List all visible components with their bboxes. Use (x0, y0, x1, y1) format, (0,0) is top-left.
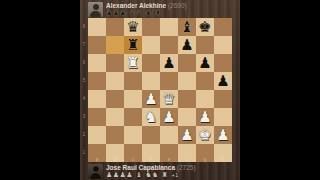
square-d2 (142, 126, 160, 144)
square-b2 (106, 126, 124, 144)
square-h8 (214, 18, 232, 36)
rank-label-1: 1 (80, 144, 88, 162)
player-top-captured-tray: ♟♟♟ ♝♝ ♞ ♜ (106, 10, 162, 17)
square-b3 (106, 108, 124, 126)
piece-black-pawn-g6: ♟ (196, 54, 214, 72)
player-bottom-name-text: Jose Raul Capablanca (106, 164, 175, 171)
square-b6 (106, 54, 124, 72)
square-a3 (88, 108, 106, 126)
square-h2: ♟ (214, 126, 232, 144)
square-a7 (88, 36, 106, 54)
square-d5 (142, 72, 160, 90)
piece-black-rook-c7: ♜ (124, 36, 142, 54)
square-f3 (178, 108, 196, 126)
piece-white-pawn-f2: ♟ (178, 126, 196, 144)
piece-black-king-g8: ♚ (196, 18, 214, 36)
square-e7 (160, 36, 178, 54)
square-e6: ♟ (160, 54, 178, 72)
avatar-torso (90, 173, 101, 179)
video-frame: Alexander Alekhine (2690) ♟♟♟ ♝♝ ♞ ♜ ♛♝♚… (0, 0, 320, 180)
square-f6 (178, 54, 196, 72)
square-h3 (214, 108, 232, 126)
captured-pieces-bottom: ♟♟♟♟ ♝ ♞♞ ♜ (106, 171, 168, 179)
chess-board: ♛♝♚♜♟♜♟♟♟♟♛♞♟♟♟♚♟ (88, 18, 232, 162)
square-c5 (124, 72, 142, 90)
piece-white-knight-d3: ♞ (142, 108, 160, 126)
square-e8 (160, 18, 178, 36)
square-g4 (196, 90, 214, 108)
square-f5 (178, 72, 196, 90)
square-b4 (106, 90, 124, 108)
square-f2: ♟ (178, 126, 196, 144)
square-f7: ♟ (178, 36, 196, 54)
square-d3: ♞ (142, 108, 160, 126)
square-a8 (88, 18, 106, 36)
rank-label-6: 6 (80, 54, 88, 72)
square-a4 (88, 90, 106, 108)
piece-black-pawn-e6: ♟ (160, 54, 178, 72)
player-top-name-text: Alexander Alekhine (106, 2, 166, 9)
square-a6 (88, 54, 106, 72)
square-g7 (196, 36, 214, 54)
piece-black-queen-c8: ♛ (124, 18, 142, 36)
piece-white-pawn-e3: ♟ (160, 108, 178, 126)
square-e5 (160, 72, 178, 90)
material-evaluation: +1 (171, 172, 178, 178)
player-bottom-captured-tray: ♟♟♟♟ ♝ ♞♞ ♜+1 (106, 172, 178, 179)
square-e2 (160, 126, 178, 144)
square-g8: ♚ (196, 18, 214, 36)
square-b8 (106, 18, 124, 36)
square-h7 (214, 36, 232, 54)
square-b7 (106, 36, 124, 54)
piece-black-pawn-f7: ♟ (178, 36, 196, 54)
rank-label-2: 2 (80, 126, 88, 144)
player-bottom-rating: (2725) (177, 164, 196, 171)
square-a2 (88, 126, 106, 144)
player-bottom-name: Jose Raul Capablanca (2725) (106, 164, 196, 171)
piece-black-bishop-f8: ♝ (178, 18, 196, 36)
square-d7 (142, 36, 160, 54)
piece-white-king-g2: ♚ (196, 126, 214, 144)
rank-label-8: 8 (80, 18, 88, 36)
player-top-rating: (2690) (168, 2, 187, 9)
square-c7: ♜ (124, 36, 142, 54)
avatar-capablanca (88, 164, 103, 179)
player-top-name: Alexander Alekhine (2690) (106, 2, 187, 9)
piece-white-pawn-d4: ♟ (142, 90, 160, 108)
square-c6: ♜ (124, 54, 142, 72)
square-g5 (196, 72, 214, 90)
rank-label-4: 4 (80, 90, 88, 108)
square-c8: ♛ (124, 18, 142, 36)
square-c2 (124, 126, 142, 144)
rank-labels: 87654321 (80, 18, 88, 162)
square-c3 (124, 108, 142, 126)
piece-white-pawn-h2: ♟ (214, 126, 232, 144)
square-g2: ♚ (196, 126, 214, 144)
piece-black-pawn-h5: ♟ (214, 72, 232, 90)
avatar-head (93, 4, 99, 10)
square-f8: ♝ (178, 18, 196, 36)
avatar-torso (90, 11, 101, 17)
piece-white-pawn-g3: ♟ (196, 108, 214, 126)
rank-label-5: 5 (80, 72, 88, 90)
player-bottom-bar: Jose Raul Capablanca (2725) ♟♟♟♟ ♝ ♞♞ ♜+… (88, 162, 238, 180)
piece-white-queen-e4: ♛ (160, 90, 178, 108)
avatar-head (93, 166, 99, 172)
player-top-bar: Alexander Alekhine (2690) ♟♟♟ ♝♝ ♞ ♜ (88, 0, 238, 18)
square-h5: ♟ (214, 72, 232, 90)
square-b5 (106, 72, 124, 90)
square-f4 (178, 90, 196, 108)
letterbox-left (0, 0, 80, 180)
rank-label-7: 7 (80, 36, 88, 54)
square-e3: ♟ (160, 108, 178, 126)
square-c4 (124, 90, 142, 108)
square-h4 (214, 90, 232, 108)
captured-pieces-top: ♟♟♟ ♝♝ ♞ ♜ (106, 9, 162, 17)
square-a5 (88, 72, 106, 90)
square-d6 (142, 54, 160, 72)
rank-label-3: 3 (80, 108, 88, 126)
avatar-alekhine (88, 2, 103, 17)
letterbox-right (240, 0, 320, 180)
square-e4: ♛ (160, 90, 178, 108)
square-g3: ♟ (196, 108, 214, 126)
piece-white-rook-c6: ♜ (124, 54, 142, 72)
square-h6 (214, 54, 232, 72)
square-d4: ♟ (142, 90, 160, 108)
square-d8 (142, 18, 160, 36)
square-g6: ♟ (196, 54, 214, 72)
